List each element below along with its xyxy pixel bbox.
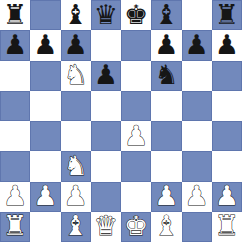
square-h2[interactable]: ♟: [212, 182, 242, 212]
square-a1[interactable]: ♜: [0, 212, 30, 242]
square-g1[interactable]: [182, 212, 212, 242]
black-bishop-icon: ♝: [64, 1, 88, 28]
square-b1[interactable]: [30, 212, 60, 242]
square-c8[interactable]: ♝: [61, 0, 91, 30]
square-d4[interactable]: [91, 121, 121, 151]
square-e4[interactable]: ♟: [121, 121, 151, 151]
square-b3[interactable]: [30, 151, 60, 181]
square-a7[interactable]: ♟: [0, 30, 30, 60]
black-pawn-icon: ♟: [215, 31, 239, 58]
square-f5[interactable]: [151, 91, 181, 121]
square-c7[interactable]: ♟: [61, 30, 91, 60]
black-pawn-icon: ♟: [33, 31, 57, 58]
square-e3[interactable]: [121, 151, 151, 181]
square-b5[interactable]: [30, 91, 60, 121]
black-king-icon: ♚: [124, 1, 148, 28]
square-f3[interactable]: [151, 151, 181, 181]
black-pawn-icon: ♟: [3, 31, 27, 58]
square-d6[interactable]: ♟: [91, 61, 121, 91]
square-h3[interactable]: [212, 151, 242, 181]
white-pawn-icon: ♟: [215, 182, 239, 209]
square-a3[interactable]: [0, 151, 30, 181]
square-c2[interactable]: ♟: [61, 182, 91, 212]
square-b8[interactable]: [30, 0, 60, 30]
black-pawn-icon: ♟: [185, 31, 209, 58]
white-pawn-icon: ♟: [3, 182, 27, 209]
square-c6[interactable]: ♞: [61, 61, 91, 91]
white-knight-icon: ♞: [64, 61, 88, 88]
white-pawn-icon: ♟: [154, 182, 178, 209]
square-h5[interactable]: [212, 91, 242, 121]
square-h7[interactable]: ♟: [212, 30, 242, 60]
square-f2[interactable]: ♟: [151, 182, 181, 212]
white-rook-icon: ♜: [215, 212, 239, 239]
square-d1[interactable]: ♛: [91, 212, 121, 242]
square-b2[interactable]: ♟: [30, 182, 60, 212]
square-e8[interactable]: ♚: [121, 0, 151, 30]
black-knight-icon: ♞: [154, 61, 178, 88]
square-a6[interactable]: [0, 61, 30, 91]
square-g5[interactable]: [182, 91, 212, 121]
chess-board: ♜♝♛♚♝♜♟♟♟♟♟♟♞♟♞♟♞♟♟♟♟♟♟♜♝♛♚♝♜: [0, 0, 242, 242]
square-b7[interactable]: ♟: [30, 30, 60, 60]
square-d5[interactable]: [91, 91, 121, 121]
square-d2[interactable]: [91, 182, 121, 212]
square-g4[interactable]: [182, 121, 212, 151]
black-pawn-icon: ♟: [154, 31, 178, 58]
white-queen-icon: ♛: [94, 212, 118, 239]
square-f4[interactable]: [151, 121, 181, 151]
square-e7[interactable]: [121, 30, 151, 60]
white-king-icon: ♚: [124, 212, 148, 239]
white-pawn-icon: ♟: [33, 182, 57, 209]
square-c4[interactable]: [61, 121, 91, 151]
square-g7[interactable]: ♟: [182, 30, 212, 60]
square-b6[interactable]: [30, 61, 60, 91]
white-pawn-icon: ♟: [185, 182, 209, 209]
white-bishop-icon: ♝: [64, 212, 88, 239]
square-g6[interactable]: [182, 61, 212, 91]
square-e2[interactable]: [121, 182, 151, 212]
square-h8[interactable]: ♜: [212, 0, 242, 30]
square-f6[interactable]: ♞: [151, 61, 181, 91]
black-bishop-icon: ♝: [154, 1, 178, 28]
square-a8[interactable]: ♜: [0, 0, 30, 30]
square-a2[interactable]: ♟: [0, 182, 30, 212]
white-pawn-icon: ♟: [64, 182, 88, 209]
black-pawn-icon: ♟: [64, 31, 88, 58]
white-knight-icon: ♞: [64, 152, 88, 179]
square-h6[interactable]: [212, 61, 242, 91]
square-g3[interactable]: [182, 151, 212, 181]
square-b4[interactable]: [30, 121, 60, 151]
square-d8[interactable]: ♛: [91, 0, 121, 30]
square-a4[interactable]: [0, 121, 30, 151]
square-g2[interactable]: ♟: [182, 182, 212, 212]
square-e6[interactable]: [121, 61, 151, 91]
square-f8[interactable]: ♝: [151, 0, 181, 30]
square-f7[interactable]: ♟: [151, 30, 181, 60]
square-c1[interactable]: ♝: [61, 212, 91, 242]
square-h4[interactable]: [212, 121, 242, 151]
square-e5[interactable]: [121, 91, 151, 121]
black-queen-icon: ♛: [94, 1, 118, 28]
square-f1[interactable]: ♝: [151, 212, 181, 242]
square-e1[interactable]: ♚: [121, 212, 151, 242]
chess-board-container: ♜♝♛♚♝♜♟♟♟♟♟♟♞♟♞♟♞♟♟♟♟♟♟♜♝♛♚♝♜: [0, 0, 242, 242]
square-d3[interactable]: [91, 151, 121, 181]
white-pawn-icon: ♟: [124, 122, 148, 149]
square-g8[interactable]: [182, 0, 212, 30]
square-c3[interactable]: ♞: [61, 151, 91, 181]
square-a5[interactable]: [0, 91, 30, 121]
square-d7[interactable]: [91, 30, 121, 60]
square-c5[interactable]: [61, 91, 91, 121]
white-rook-icon: ♜: [3, 212, 27, 239]
black-pawn-icon: ♟: [94, 61, 118, 88]
square-h1[interactable]: ♜: [212, 212, 242, 242]
white-bishop-icon: ♝: [154, 212, 178, 239]
black-rook-icon: ♜: [3, 1, 27, 28]
black-rook-icon: ♜: [215, 1, 239, 28]
